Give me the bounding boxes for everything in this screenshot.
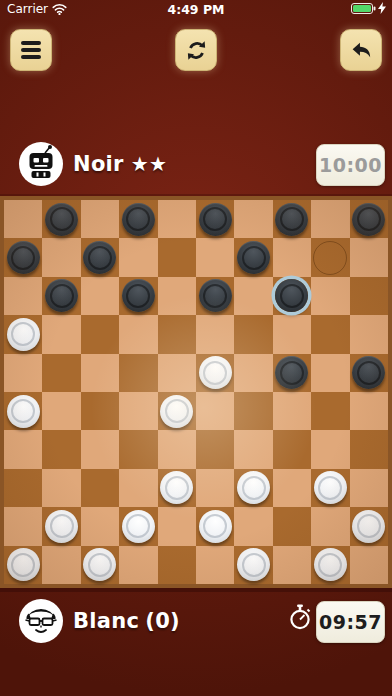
board-square[interactable]: [311, 315, 349, 353]
board-square[interactable]: [81, 315, 119, 353]
black-piece[interactable]: [237, 241, 270, 274]
board-square[interactable]: [311, 200, 349, 238]
board-square[interactable]: [81, 430, 119, 468]
board-square[interactable]: [42, 238, 80, 276]
board-square[interactable]: [234, 507, 272, 545]
board-square[interactable]: [196, 238, 234, 276]
board-square[interactable]: [158, 469, 196, 507]
top-player-clock: 10:00: [316, 144, 385, 186]
board-square[interactable]: [81, 200, 119, 238]
board-square[interactable]: [196, 392, 234, 430]
board-square[interactable]: [119, 277, 157, 315]
board-square[interactable]: [158, 200, 196, 238]
battery-icon: [351, 3, 376, 14]
board-square[interactable]: [119, 430, 157, 468]
board-square[interactable]: [196, 469, 234, 507]
selected-black-piece[interactable]: [275, 279, 308, 312]
board-square[interactable]: [119, 546, 157, 584]
black-piece[interactable]: [45, 279, 78, 312]
board-square[interactable]: [311, 238, 349, 276]
black-piece[interactable]: [352, 356, 385, 389]
board-square[interactable]: [196, 354, 234, 392]
board-square[interactable]: [158, 238, 196, 276]
white-piece[interactable]: [160, 471, 193, 504]
board-square[interactable]: [234, 200, 272, 238]
white-piece[interactable]: [83, 548, 116, 581]
board-square[interactable]: [158, 392, 196, 430]
human-avatar: [18, 598, 64, 644]
board-square[interactable]: [81, 277, 119, 315]
board-square[interactable]: [42, 315, 80, 353]
white-piece[interactable]: [7, 318, 40, 351]
status-time: 4:49 PM: [0, 2, 392, 17]
board-grid: [0, 196, 392, 588]
black-piece[interactable]: [352, 203, 385, 236]
hamburger-icon: [21, 41, 41, 58]
board-square[interactable]: [119, 238, 157, 276]
board-square[interactable]: [4, 315, 42, 353]
black-piece[interactable]: [122, 279, 155, 312]
board-square[interactable]: [350, 200, 388, 238]
board-square[interactable]: [196, 507, 234, 545]
board-square[interactable]: [234, 277, 272, 315]
board-square[interactable]: [273, 469, 311, 507]
white-piece[interactable]: [352, 510, 385, 543]
board-square[interactable]: [4, 277, 42, 315]
board-square[interactable]: [350, 354, 388, 392]
board-square[interactable]: [273, 277, 311, 315]
board-square[interactable]: [42, 469, 80, 507]
board-square[interactable]: [273, 315, 311, 353]
white-piece[interactable]: [160, 395, 193, 428]
board-square[interactable]: [158, 507, 196, 545]
board-square[interactable]: [311, 392, 349, 430]
board-square[interactable]: [158, 430, 196, 468]
white-piece[interactable]: [45, 510, 78, 543]
status-bar: Carrier 4:49 PM: [0, 0, 392, 20]
board-square[interactable]: [42, 392, 80, 430]
board-square[interactable]: [273, 392, 311, 430]
board-square[interactable]: [234, 546, 272, 584]
black-piece[interactable]: [199, 203, 232, 236]
white-piece[interactable]: [237, 548, 270, 581]
board-square[interactable]: [4, 354, 42, 392]
app-screen: Carrier 4:49 PM: [0, 0, 392, 696]
board-square[interactable]: [42, 354, 80, 392]
board-square[interactable]: [350, 430, 388, 468]
capture-count: (0): [145, 609, 180, 633]
board-square[interactable]: [81, 392, 119, 430]
board-square[interactable]: [81, 469, 119, 507]
board-square[interactable]: [158, 315, 196, 353]
board-square[interactable]: [119, 507, 157, 545]
board-square[interactable]: [196, 277, 234, 315]
board-square[interactable]: [350, 469, 388, 507]
board-square[interactable]: [350, 507, 388, 545]
white-piece[interactable]: [237, 471, 270, 504]
board-square[interactable]: [311, 469, 349, 507]
charging-bolt-icon: [378, 2, 386, 14]
board-square[interactable]: [119, 469, 157, 507]
board-square[interactable]: [158, 546, 196, 584]
top-player-name: Noir★★: [73, 152, 167, 176]
board-square[interactable]: [4, 200, 42, 238]
black-piece[interactable]: [7, 241, 40, 274]
board-square[interactable]: [196, 315, 234, 353]
board-square[interactable]: [42, 546, 80, 584]
board-square[interactable]: [350, 315, 388, 353]
board-square[interactable]: [234, 238, 272, 276]
black-piece[interactable]: [199, 279, 232, 312]
board-square[interactable]: [119, 315, 157, 353]
board-square[interactable]: [4, 430, 42, 468]
black-piece[interactable]: [122, 203, 155, 236]
board-square[interactable]: [234, 354, 272, 392]
board-square[interactable]: [4, 392, 42, 430]
board-square[interactable]: [273, 238, 311, 276]
stopwatch-icon: [288, 604, 312, 631]
board-square[interactable]: [234, 469, 272, 507]
board-square[interactable]: [4, 238, 42, 276]
player-name-text: Noir: [73, 152, 124, 176]
menu-button[interactable]: [10, 29, 52, 71]
board-square[interactable]: [273, 507, 311, 545]
black-piece[interactable]: [275, 203, 308, 236]
board-square[interactable]: [119, 392, 157, 430]
white-piece[interactable]: [7, 395, 40, 428]
board-square[interactable]: [273, 354, 311, 392]
board-square[interactable]: [42, 277, 80, 315]
player-name-text: Blanc: [73, 609, 139, 633]
board-square[interactable]: [81, 354, 119, 392]
board-square[interactable]: [4, 469, 42, 507]
board-square[interactable]: [311, 354, 349, 392]
board-square[interactable]: [81, 238, 119, 276]
board-square[interactable]: [4, 546, 42, 584]
board-square[interactable]: [350, 277, 388, 315]
board-square[interactable]: [311, 430, 349, 468]
board-square[interactable]: [273, 430, 311, 468]
white-piece[interactable]: [314, 548, 347, 581]
board-square[interactable]: [311, 546, 349, 584]
board-square[interactable]: [119, 200, 157, 238]
board-square[interactable]: [311, 277, 349, 315]
board-square[interactable]: [42, 200, 80, 238]
board-square[interactable]: [42, 430, 80, 468]
undo-icon: [349, 38, 374, 63]
white-piece[interactable]: [7, 548, 40, 581]
board-square[interactable]: [350, 392, 388, 430]
board-square[interactable]: [234, 430, 272, 468]
board-square[interactable]: [158, 354, 196, 392]
bottom-player-name: Blanc(0): [73, 609, 180, 633]
robot-avatar: [18, 141, 64, 187]
board-square[interactable]: [196, 546, 234, 584]
board-square[interactable]: [81, 507, 119, 545]
board-square[interactable]: [273, 200, 311, 238]
board-square[interactable]: [196, 430, 234, 468]
bottom-player-clock: 09:57: [316, 601, 385, 643]
board-square[interactable]: [196, 200, 234, 238]
difficulty-stars: ★★: [131, 152, 167, 176]
board-square[interactable]: [42, 507, 80, 545]
refresh-button[interactable]: [175, 29, 217, 71]
board-square[interactable]: [158, 277, 196, 315]
undo-button[interactable]: [340, 29, 382, 71]
board-square[interactable]: [81, 546, 119, 584]
board-square[interactable]: [350, 238, 388, 276]
black-piece[interactable]: [275, 356, 308, 389]
board-square[interactable]: [234, 315, 272, 353]
board-square[interactable]: [234, 392, 272, 430]
board-square[interactable]: [273, 546, 311, 584]
refresh-icon: [184, 38, 209, 63]
board-square[interactable]: [350, 546, 388, 584]
black-piece[interactable]: [45, 203, 78, 236]
white-piece[interactable]: [122, 510, 155, 543]
board-square[interactable]: [119, 354, 157, 392]
white-piece[interactable]: [199, 510, 232, 543]
white-piece[interactable]: [199, 356, 232, 389]
board-square[interactable]: [4, 507, 42, 545]
board-square[interactable]: [311, 507, 349, 545]
move-origin-marker: [313, 241, 347, 275]
black-piece[interactable]: [83, 241, 116, 274]
white-piece[interactable]: [314, 471, 347, 504]
